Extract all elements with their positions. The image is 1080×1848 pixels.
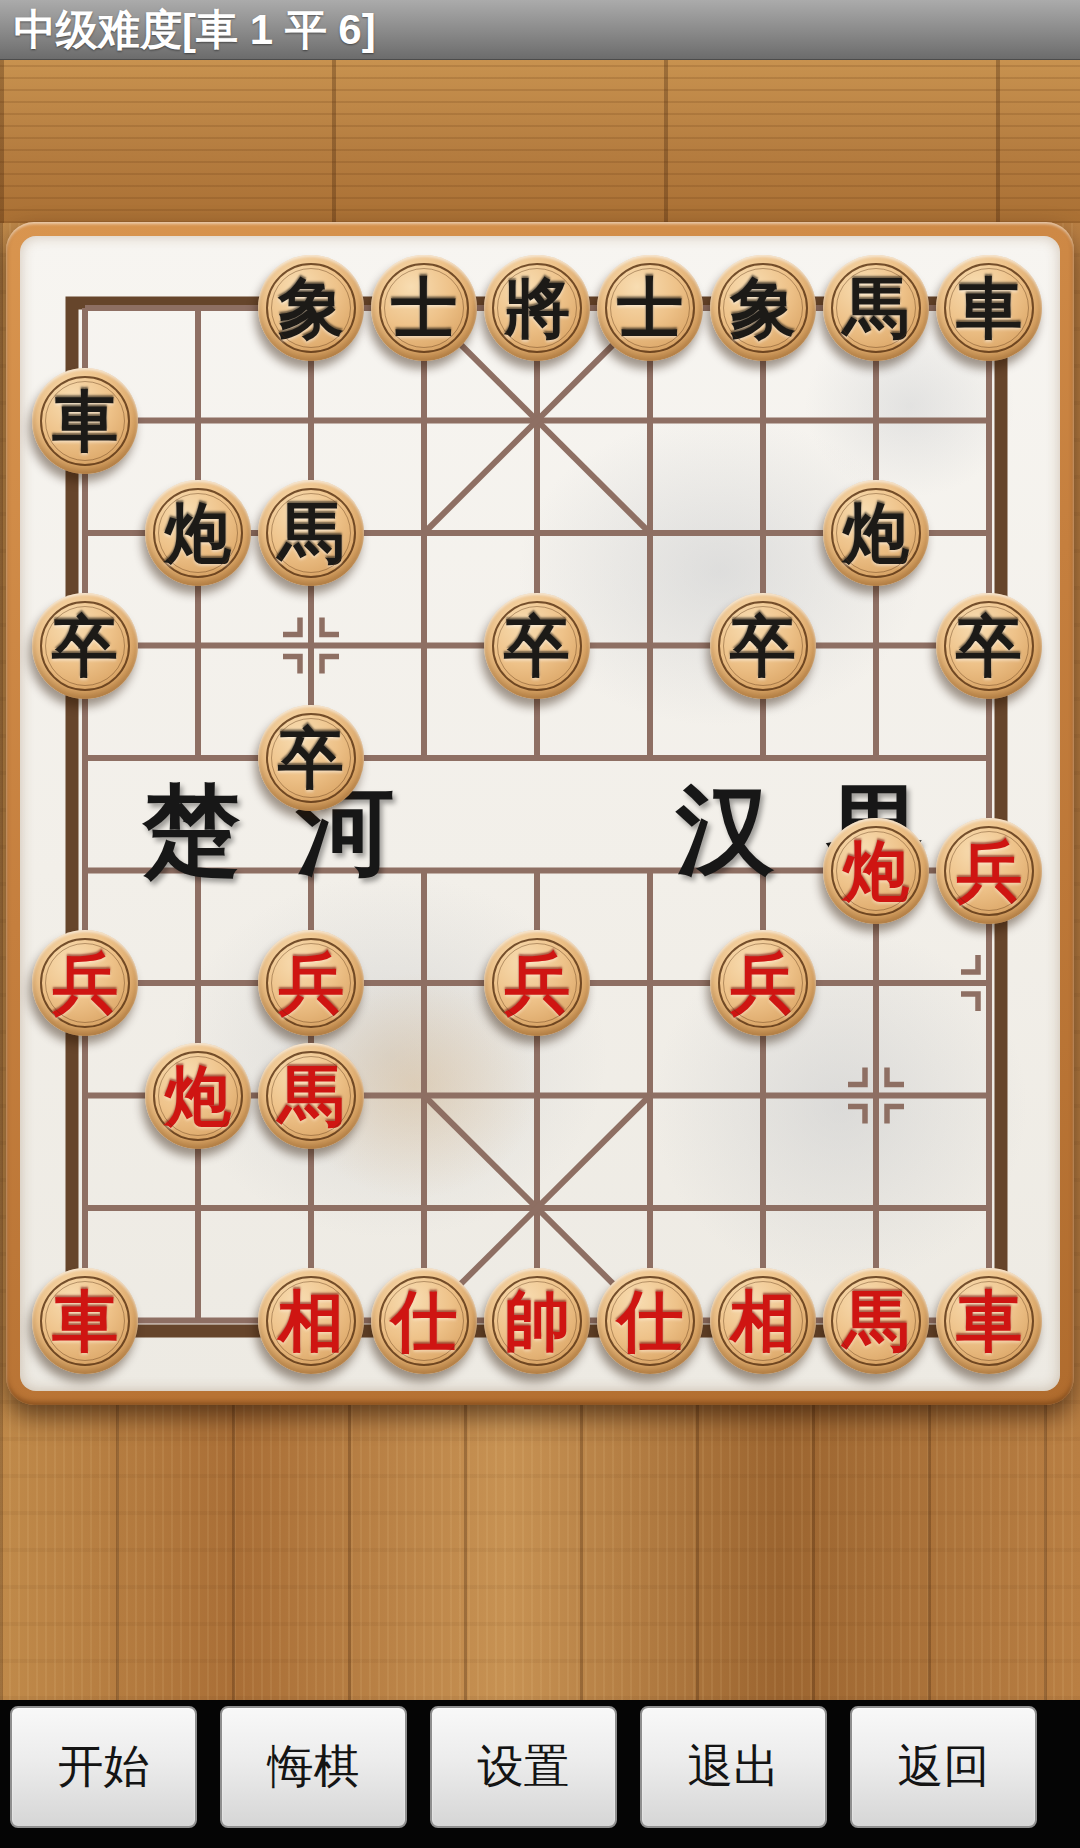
piece-glyph: 炮 — [145, 480, 251, 586]
piece-black-soldier[interactable]: 卒 — [32, 593, 138, 699]
piece-glyph: 士 — [597, 255, 703, 361]
board-paper: 楚河 汉界 象士將士象馬車車炮馬炮卒卒卒卒卒炮兵兵兵兵兵炮馬車相仕帥仕相馬車 — [20, 236, 1060, 1391]
piece-glyph: 卒 — [936, 593, 1042, 699]
piece-red-elephant[interactable]: 相 — [258, 1268, 364, 1374]
piece-glyph: 士 — [371, 255, 477, 361]
point-marker — [283, 618, 300, 635]
point-marker — [961, 994, 978, 1011]
piece-glyph: 馬 — [823, 255, 929, 361]
piece-glyph: 炮 — [145, 1043, 251, 1149]
piece-glyph: 車 — [936, 255, 1042, 361]
piece-red-soldier[interactable]: 兵 — [936, 818, 1042, 924]
settings-button[interactable]: 设置 — [430, 1706, 617, 1828]
piece-glyph: 卒 — [258, 705, 364, 811]
piece-black-soldier[interactable]: 卒 — [258, 705, 364, 811]
piece-black-advisor[interactable]: 士 — [371, 255, 477, 361]
piece-red-cannon[interactable]: 炮 — [145, 1043, 251, 1149]
piece-black-elephant[interactable]: 象 — [258, 255, 364, 361]
piece-glyph: 象 — [258, 255, 364, 361]
piece-glyph: 相 — [710, 1268, 816, 1374]
piece-red-cannon[interactable]: 炮 — [823, 818, 929, 924]
piece-black-soldier[interactable]: 卒 — [484, 593, 590, 699]
piece-black-soldier[interactable]: 卒 — [710, 593, 816, 699]
piece-glyph: 仕 — [597, 1268, 703, 1374]
piece-glyph: 象 — [710, 255, 816, 361]
piece-glyph: 兵 — [710, 930, 816, 1036]
piece-glyph: 馬 — [258, 480, 364, 586]
piece-black-chariot[interactable]: 車 — [32, 368, 138, 474]
start-button[interactable]: 开始 — [10, 1706, 197, 1828]
piece-glyph: 馬 — [823, 1268, 929, 1374]
piece-glyph: 卒 — [484, 593, 590, 699]
point-marker — [848, 1107, 865, 1124]
point-marker — [887, 1068, 904, 1085]
title-bar: 中级难度[車 1 平 6] — [0, 0, 1080, 60]
piece-red-soldier[interactable]: 兵 — [32, 930, 138, 1036]
piece-glyph: 車 — [32, 1268, 138, 1374]
board-grid — [20, 236, 1060, 1391]
piece-red-advisor[interactable]: 仕 — [597, 1268, 703, 1374]
point-marker — [322, 657, 339, 674]
piece-black-horse[interactable]: 馬 — [823, 255, 929, 361]
piece-red-general[interactable]: 帥 — [484, 1268, 590, 1374]
point-marker — [283, 657, 300, 674]
piece-red-elephant[interactable]: 相 — [710, 1268, 816, 1374]
piece-red-horse[interactable]: 馬 — [823, 1268, 929, 1374]
piece-red-soldier[interactable]: 兵 — [484, 930, 590, 1036]
point-marker — [887, 1107, 904, 1124]
piece-glyph: 炮 — [823, 818, 929, 924]
piece-glyph: 炮 — [823, 480, 929, 586]
title-text: 中级难度[車 1 平 6] — [14, 6, 376, 53]
piece-glyph: 將 — [484, 255, 590, 361]
piece-glyph: 卒 — [710, 593, 816, 699]
piece-glyph: 兵 — [32, 930, 138, 1036]
piece-glyph: 兵 — [484, 930, 590, 1036]
wood-background-top — [0, 60, 1080, 223]
piece-glyph: 卒 — [32, 593, 138, 699]
piece-black-soldier[interactable]: 卒 — [936, 593, 1042, 699]
piece-glyph: 馬 — [258, 1043, 364, 1149]
piece-red-horse[interactable]: 馬 — [258, 1043, 364, 1149]
piece-glyph: 相 — [258, 1268, 364, 1374]
back-button[interactable]: 返回 — [850, 1706, 1037, 1828]
piece-red-chariot[interactable]: 車 — [32, 1268, 138, 1374]
piece-red-soldier[interactable]: 兵 — [258, 930, 364, 1036]
piece-glyph: 帥 — [484, 1268, 590, 1374]
bottom-button-bar: 开始 悔棋 设置 退出 返回 — [0, 1700, 1080, 1848]
piece-black-chariot[interactable]: 車 — [936, 255, 1042, 361]
piece-black-general[interactable]: 將 — [484, 255, 590, 361]
piece-glyph: 車 — [936, 1268, 1042, 1374]
piece-black-elephant[interactable]: 象 — [710, 255, 816, 361]
piece-black-cannon[interactable]: 炮 — [823, 480, 929, 586]
piece-black-horse[interactable]: 馬 — [258, 480, 364, 586]
piece-glyph: 仕 — [371, 1268, 477, 1374]
undo-button[interactable]: 悔棋 — [220, 1706, 407, 1828]
exit-button[interactable]: 退出 — [640, 1706, 827, 1828]
piece-glyph: 兵 — [936, 818, 1042, 924]
point-marker — [961, 955, 978, 972]
xiangqi-board[interactable]: 楚河 汉界 象士將士象馬車車炮馬炮卒卒卒卒卒炮兵兵兵兵兵炮馬車相仕帥仕相馬車 — [6, 222, 1074, 1405]
piece-glyph: 兵 — [258, 930, 364, 1036]
piece-red-soldier[interactable]: 兵 — [710, 930, 816, 1036]
piece-black-cannon[interactable]: 炮 — [145, 480, 251, 586]
point-marker — [848, 1068, 865, 1085]
piece-red-chariot[interactable]: 車 — [936, 1268, 1042, 1374]
point-marker — [322, 618, 339, 635]
piece-black-advisor[interactable]: 士 — [597, 255, 703, 361]
piece-glyph: 車 — [32, 368, 138, 474]
piece-red-advisor[interactable]: 仕 — [371, 1268, 477, 1374]
